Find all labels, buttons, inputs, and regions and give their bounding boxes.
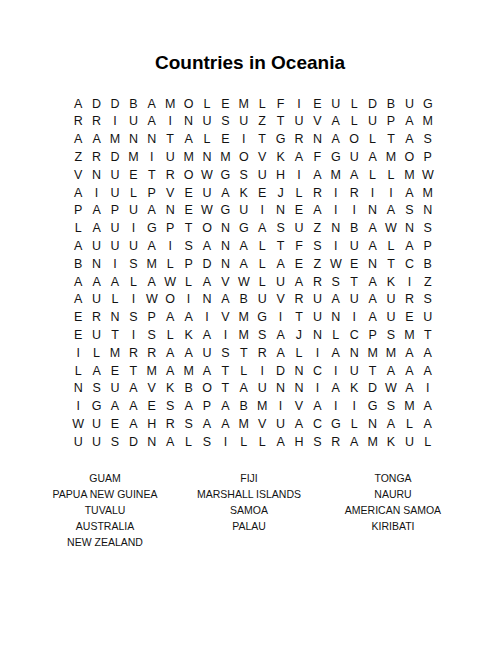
grid-cell-r15c12: A xyxy=(271,344,289,362)
grid-cell-r17c3: U xyxy=(106,380,124,398)
grid-cell-r4c1: Z xyxy=(69,148,87,166)
grid-cell-r14c6: L xyxy=(161,326,179,344)
grid-cell-r7c13: E xyxy=(290,202,308,220)
grid-cell-r8c10: G xyxy=(235,220,253,238)
word-list-column-1: GUAMPAPUA NEW GUINEATUVALUAUSTRALIANEW Z… xyxy=(33,470,177,550)
grid-cell-r11c11: L xyxy=(253,273,271,291)
grid-cell-r11c6: W xyxy=(161,273,179,291)
grid-cell-r13c11: G xyxy=(253,309,271,327)
grid-cell-r4c3: D xyxy=(106,148,124,166)
grid-cell-r15c9: S xyxy=(216,344,234,362)
grid-cell-r10c9: N xyxy=(216,255,234,273)
grid-cell-r4c9: M xyxy=(216,148,234,166)
grid-cell-r6c1: A xyxy=(69,184,87,202)
grid-cell-r18c16: I xyxy=(345,398,363,416)
grid-cell-r20c8: S xyxy=(198,433,216,451)
grid-cell-r1c19: U xyxy=(400,95,418,113)
grid-cell-r9c2: U xyxy=(87,237,105,255)
grid-cell-r1c1: A xyxy=(69,95,87,113)
grid-cell-r11c18: K xyxy=(382,273,400,291)
grid-cell-r20c10: L xyxy=(235,433,253,451)
grid-cell-r18c12: I xyxy=(271,398,289,416)
grid-cell-r6c19: A xyxy=(400,184,418,202)
grid-cell-r8c3: U xyxy=(106,220,124,238)
grid-cell-r12c17: A xyxy=(363,291,381,309)
grid-cell-r8c15: N xyxy=(327,220,345,238)
grid-cell-r15c7: A xyxy=(179,344,197,362)
grid-cell-r7c18: A xyxy=(382,202,400,220)
grid-cell-r12c14: U xyxy=(308,291,326,309)
grid-cell-r2c9: S xyxy=(216,113,234,131)
grid-cell-r5c13: I xyxy=(290,166,308,184)
grid-cell-r12c20: S xyxy=(419,291,437,309)
grid-cell-r14c18: S xyxy=(382,326,400,344)
grid-cell-r11c3: A xyxy=(106,273,124,291)
grid-cell-r1c17: D xyxy=(363,95,381,113)
grid-cell-r6c20: M xyxy=(419,184,437,202)
grid-cell-r1c7: O xyxy=(179,95,197,113)
grid-cell-r17c2: S xyxy=(87,380,105,398)
grid-cell-r14c7: K xyxy=(179,326,197,344)
grid-cell-r13c15: N xyxy=(327,309,345,327)
grid-cell-r6c16: R xyxy=(345,184,363,202)
grid-cell-r11c7: L xyxy=(179,273,197,291)
grid-cell-r8c8: O xyxy=(198,220,216,238)
grid-cell-r6c3: U xyxy=(106,184,124,202)
grid-cell-r5c11: U xyxy=(253,166,271,184)
grid-cell-r12c5: W xyxy=(143,291,161,309)
grid-cell-r3c7: A xyxy=(179,131,197,149)
grid-cell-r4c20: P xyxy=(419,148,437,166)
grid-cell-r20c20: L xyxy=(419,433,437,451)
grid-cell-r11c2: A xyxy=(87,273,105,291)
word-list-item: FIJI xyxy=(177,470,321,486)
grid-cell-r14c19: M xyxy=(400,326,418,344)
grid-cell-r15c10: T xyxy=(235,344,253,362)
grid-cell-r17c1: N xyxy=(69,380,87,398)
grid-cell-r9c8: A xyxy=(198,237,216,255)
grid-cell-r15c18: M xyxy=(382,344,400,362)
grid-cell-r7c20: N xyxy=(419,202,437,220)
grid-cell-r11c1: A xyxy=(69,273,87,291)
grid-cell-r11c4: L xyxy=(124,273,142,291)
grid-cell-r13c13: T xyxy=(290,309,308,327)
grid-cell-r18c4: A xyxy=(124,398,142,416)
grid-cell-r10c19: C xyxy=(400,255,418,273)
grid-cell-r2c12: T xyxy=(271,113,289,131)
grid-cell-r2c20: M xyxy=(419,113,437,131)
grid-cell-r16c11: I xyxy=(253,362,271,380)
grid-cell-r4c16: U xyxy=(345,148,363,166)
grid-cell-r14c14: N xyxy=(308,326,326,344)
grid-cell-r1c13: I xyxy=(290,95,308,113)
grid-cell-r12c16: U xyxy=(345,291,363,309)
grid-cell-r5c9: G xyxy=(216,166,234,184)
grid-cell-r4c19: O xyxy=(400,148,418,166)
grid-cell-r8c9: N xyxy=(216,220,234,238)
grid-cell-r15c2: L xyxy=(87,344,105,362)
grid-cell-r9c11: L xyxy=(253,237,271,255)
grid-cell-r4c15: G xyxy=(327,148,345,166)
grid-cell-r20c9: I xyxy=(216,433,234,451)
grid-cell-r13c19: E xyxy=(400,309,418,327)
grid-cell-r14c16: C xyxy=(345,326,363,344)
grid-cell-r2c13: U xyxy=(290,113,308,131)
grid-cell-r12c10: B xyxy=(235,291,253,309)
grid-cell-r16c19: A xyxy=(400,362,418,380)
grid-cell-r15c5: R xyxy=(143,344,161,362)
grid-cell-r5c20: W xyxy=(419,166,437,184)
grid-cell-r18c14: A xyxy=(308,398,326,416)
grid-cell-r1c5: A xyxy=(143,95,161,113)
grid-cell-r6c15: I xyxy=(327,184,345,202)
word-list-item: GUAM xyxy=(33,470,177,486)
grid-cell-r9c6: I xyxy=(161,237,179,255)
grid-cell-r16c2: A xyxy=(87,362,105,380)
grid-cell-r19c18: A xyxy=(382,415,400,433)
grid-cell-r14c4: I xyxy=(124,326,142,344)
grid-cell-r16c8: A xyxy=(198,362,216,380)
grid-cell-r5c1: V xyxy=(69,166,87,184)
grid-cell-r4c12: K xyxy=(271,148,289,166)
grid-cell-r16c9: T xyxy=(216,362,234,380)
letter-grid: ADDBAMOLEMLFIEULDBUGRRIUAINUSUZTUVALUPAM… xyxy=(69,95,437,451)
grid-cell-r20c19: U xyxy=(400,433,418,451)
grid-cell-r9c16: U xyxy=(345,237,363,255)
word-list-item: TUVALU xyxy=(33,502,177,518)
grid-cell-r16c3: E xyxy=(106,362,124,380)
grid-cell-r5c16: A xyxy=(345,166,363,184)
grid-cell-r7c4: U xyxy=(124,202,142,220)
grid-cell-r5c8: W xyxy=(198,166,216,184)
grid-cell-r9c4: U xyxy=(124,237,142,255)
grid-cell-r2c5: A xyxy=(143,113,161,131)
grid-cell-r16c6: A xyxy=(161,362,179,380)
grid-cell-r2c6: I xyxy=(161,113,179,131)
grid-cell-r19c5: H xyxy=(143,415,161,433)
grid-cell-r2c15: A xyxy=(327,113,345,131)
grid-cell-r12c13: R xyxy=(290,291,308,309)
grid-cell-r13c9: V xyxy=(216,309,234,327)
grid-cell-r10c2: N xyxy=(87,255,105,273)
grid-cell-r14c20: T xyxy=(419,326,437,344)
grid-cell-r12c6: O xyxy=(161,291,179,309)
grid-cell-r7c16: I xyxy=(345,202,363,220)
grid-cell-r4c17: A xyxy=(363,148,381,166)
grid-cell-r17c19: A xyxy=(400,380,418,398)
grid-cell-r12c15: A xyxy=(327,291,345,309)
grid-cell-r9c17: A xyxy=(363,237,381,255)
grid-cell-r7c1: P xyxy=(69,202,87,220)
grid-cell-r19c7: S xyxy=(179,415,197,433)
grid-cell-r14c1: E xyxy=(69,326,87,344)
grid-cell-r4c11: V xyxy=(253,148,271,166)
grid-cell-r6c10: K xyxy=(235,184,253,202)
grid-cell-r5c7: O xyxy=(179,166,197,184)
grid-cell-r9c10: A xyxy=(235,237,253,255)
grid-cell-r1c14: E xyxy=(308,95,326,113)
grid-cell-r10c18: T xyxy=(382,255,400,273)
grid-cell-r14c15: L xyxy=(327,326,345,344)
grid-cell-r16c17: T xyxy=(363,362,381,380)
grid-cell-r10c10: A xyxy=(235,255,253,273)
grid-cell-r19c4: A xyxy=(124,415,142,433)
grid-cell-r10c17: N xyxy=(363,255,381,273)
word-list-column-2: FIJIMARSHALL ISLANDSSAMOAPALAU xyxy=(177,470,321,550)
grid-cell-r10c8: D xyxy=(198,255,216,273)
grid-cell-r17c15: A xyxy=(327,380,345,398)
grid-cell-r20c4: D xyxy=(124,433,142,451)
grid-cell-r3c11: T xyxy=(253,131,271,149)
grid-cell-r8c1: L xyxy=(69,220,87,238)
grid-cell-r13c12: I xyxy=(271,309,289,327)
grid-cell-r5c12: H xyxy=(271,166,289,184)
grid-cell-r13c5: P xyxy=(143,309,161,327)
grid-cell-r18c11: M xyxy=(253,398,271,416)
grid-cell-r3c4: N xyxy=(124,131,142,149)
grid-cell-r19c11: V xyxy=(253,415,271,433)
grid-cell-r2c16: L xyxy=(345,113,363,131)
grid-cell-r19c16: L xyxy=(345,415,363,433)
grid-cell-r11c15: S xyxy=(327,273,345,291)
grid-cell-r7c11: I xyxy=(253,202,271,220)
grid-cell-r20c6: A xyxy=(161,433,179,451)
grid-cell-r10c11: L xyxy=(253,255,271,273)
puzzle-title: Countries in Oceania xyxy=(0,50,500,76)
grid-cell-r15c8: U xyxy=(198,344,216,362)
grid-cell-r5c3: U xyxy=(106,166,124,184)
grid-cell-r10c20: B xyxy=(419,255,437,273)
word-list-item: SAMOA xyxy=(177,502,321,518)
grid-cell-r3c1: A xyxy=(69,131,87,149)
grid-cell-r14c8: A xyxy=(198,326,216,344)
grid-cell-r19c14: C xyxy=(308,415,326,433)
grid-cell-r16c5: M xyxy=(143,362,161,380)
grid-cell-r14c9: I xyxy=(216,326,234,344)
grid-cell-r7c9: G xyxy=(216,202,234,220)
grid-cell-r20c3: S xyxy=(106,433,124,451)
grid-cell-r15c20: A xyxy=(419,344,437,362)
grid-cell-r3c10: I xyxy=(235,131,253,149)
grid-cell-r11c5: A xyxy=(143,273,161,291)
grid-cell-r3c18: T xyxy=(382,131,400,149)
grid-cell-r10c7: P xyxy=(179,255,197,273)
grid-cell-r20c18: K xyxy=(382,433,400,451)
grid-cell-r12c19: R xyxy=(400,291,418,309)
grid-cell-r9c3: U xyxy=(106,237,124,255)
grid-cell-r19c17: N xyxy=(363,415,381,433)
grid-cell-r8c6: P xyxy=(161,220,179,238)
grid-cell-r8c12: S xyxy=(271,220,289,238)
grid-cell-r1c18: B xyxy=(382,95,400,113)
grid-cell-r18c17: G xyxy=(363,398,381,416)
grid-cell-r15c16: N xyxy=(345,344,363,362)
grid-cell-r10c16: E xyxy=(345,255,363,273)
grid-cell-r3c9: E xyxy=(216,131,234,149)
word-list-column-3: TONGANAURUAMERICAN SAMOAKIRIBATI xyxy=(321,470,465,550)
grid-cell-r1c6: M xyxy=(161,95,179,113)
grid-cell-r14c10: M xyxy=(235,326,253,344)
word-list-item: AUSTRALIA xyxy=(33,518,177,534)
grid-cell-r19c10: M xyxy=(235,415,253,433)
grid-cell-r15c13: L xyxy=(290,344,308,362)
grid-cell-r20c11: L xyxy=(253,433,271,451)
grid-cell-r18c5: E xyxy=(143,398,161,416)
grid-cell-r15c1: I xyxy=(69,344,87,362)
grid-cell-r9c5: A xyxy=(143,237,161,255)
grid-cell-r14c17: P xyxy=(363,326,381,344)
word-list-item: PALAU xyxy=(177,518,321,534)
grid-cell-r19c20: A xyxy=(419,415,437,433)
grid-cell-r7c8: W xyxy=(198,202,216,220)
grid-cell-r10c5: M xyxy=(143,255,161,273)
grid-cell-r9c14: S xyxy=(308,237,326,255)
grid-cell-r13c6: A xyxy=(161,309,179,327)
grid-cell-r13c17: A xyxy=(363,309,381,327)
grid-cell-r12c4: I xyxy=(124,291,142,309)
grid-cell-r20c16: A xyxy=(345,433,363,451)
grid-cell-r9c1: A xyxy=(69,237,87,255)
grid-cell-r8c13: U xyxy=(290,220,308,238)
grid-cell-r9c12: T xyxy=(271,237,289,255)
grid-cell-r6c14: R xyxy=(308,184,326,202)
grid-cell-r2c4: U xyxy=(124,113,142,131)
grid-cell-r3c19: A xyxy=(400,131,418,149)
grid-cell-r19c2: U xyxy=(87,415,105,433)
grid-cell-r3c15: A xyxy=(327,131,345,149)
grid-cell-r9c20: P xyxy=(419,237,437,255)
grid-cell-r3c5: N xyxy=(143,131,161,149)
grid-cell-r6c11: E xyxy=(253,184,271,202)
grid-cell-r17c20: I xyxy=(419,380,437,398)
grid-cell-r13c18: U xyxy=(382,309,400,327)
grid-cell-r2c11: Z xyxy=(253,113,271,131)
grid-cell-r13c7: A xyxy=(179,309,197,327)
grid-cell-r16c4: T xyxy=(124,362,142,380)
grid-cell-r11c16: T xyxy=(345,273,363,291)
grid-cell-r19c12: U xyxy=(271,415,289,433)
grid-cell-r12c18: U xyxy=(382,291,400,309)
grid-cell-r17c17: D xyxy=(363,380,381,398)
grid-cell-r4c13: A xyxy=(290,148,308,166)
grid-cell-r11c19: I xyxy=(400,273,418,291)
grid-cell-r20c1: U xyxy=(69,433,87,451)
grid-cell-r8c19: N xyxy=(400,220,418,238)
grid-cell-r18c10: B xyxy=(235,398,253,416)
grid-cell-r2c18: P xyxy=(382,113,400,131)
grid-cell-r5c14: A xyxy=(308,166,326,184)
grid-cell-r11c13: A xyxy=(290,273,308,291)
grid-cell-r14c11: S xyxy=(253,326,271,344)
grid-cell-r15c15: A xyxy=(327,344,345,362)
grid-cell-r18c9: A xyxy=(216,398,234,416)
grid-cell-r8c20: S xyxy=(419,220,437,238)
grid-cell-r15c3: M xyxy=(106,344,124,362)
grid-cell-r17c4: A xyxy=(124,380,142,398)
grid-cell-r15c19: A xyxy=(400,344,418,362)
grid-cell-r1c3: D xyxy=(106,95,124,113)
grid-cell-r19c3: E xyxy=(106,415,124,433)
grid-cell-r17c9: T xyxy=(216,380,234,398)
grid-cell-r4c18: M xyxy=(382,148,400,166)
grid-cell-r3c16: O xyxy=(345,131,363,149)
grid-cell-r10c14: Z xyxy=(308,255,326,273)
grid-cell-r2c7: N xyxy=(179,113,197,131)
word-list-item: TONGA xyxy=(321,470,465,486)
grid-cell-r19c15: G xyxy=(327,415,345,433)
grid-cell-r1c16: L xyxy=(345,95,363,113)
grid-cell-r8c17: A xyxy=(363,220,381,238)
grid-cell-r12c1: A xyxy=(69,291,87,309)
grid-cell-r11c8: A xyxy=(198,273,216,291)
grid-cell-r7c19: S xyxy=(400,202,418,220)
grid-cell-r2c17: U xyxy=(363,113,381,131)
grid-cell-r18c1: I xyxy=(69,398,87,416)
grid-cell-r2c10: U xyxy=(235,113,253,131)
word-list-item: MARSHALL ISLANDS xyxy=(177,486,321,502)
grid-cell-r19c1: W xyxy=(69,415,87,433)
grid-cell-r19c19: L xyxy=(400,415,418,433)
grid-cell-r19c6: R xyxy=(161,415,179,433)
grid-cell-r2c1: R xyxy=(69,113,87,131)
grid-cell-r6c7: E xyxy=(179,184,197,202)
grid-cell-r3c14: N xyxy=(308,131,326,149)
grid-cell-r7c14: A xyxy=(308,202,326,220)
grid-cell-r6c6: V xyxy=(161,184,179,202)
grid-cell-r13c10: M xyxy=(235,309,253,327)
grid-cell-r13c2: R xyxy=(87,309,105,327)
grid-cell-r18c20: A xyxy=(419,398,437,416)
grid-cell-r7c17: N xyxy=(363,202,381,220)
grid-cell-r17c18: W xyxy=(382,380,400,398)
grid-cell-r11c20: Z xyxy=(419,273,437,291)
grid-cell-r5c18: L xyxy=(382,166,400,184)
grid-cell-r17c16: K xyxy=(345,380,363,398)
word-search-page: Countries in Oceania ADDBAMOLEMLFIEULDBU… xyxy=(0,0,500,647)
grid-cell-r6c8: U xyxy=(198,184,216,202)
grid-cell-r20c2: U xyxy=(87,433,105,451)
grid-cell-r6c12: J xyxy=(271,184,289,202)
grid-cell-r5c6: R xyxy=(161,166,179,184)
grid-cell-r2c2: R xyxy=(87,113,105,131)
grid-cell-r16c14: C xyxy=(308,362,326,380)
grid-cell-r3c2: A xyxy=(87,131,105,149)
grid-cell-r12c2: U xyxy=(87,291,105,309)
grid-cell-r7c7: E xyxy=(179,202,197,220)
grid-cell-r9c13: F xyxy=(290,237,308,255)
grid-cell-r4c2: R xyxy=(87,148,105,166)
grid-cell-r13c4: S xyxy=(124,309,142,327)
grid-cell-r8c18: W xyxy=(382,220,400,238)
grid-cell-r20c5: N xyxy=(143,433,161,451)
grid-cell-r12c7: I xyxy=(179,291,197,309)
grid-cell-r13c8: I xyxy=(198,309,216,327)
grid-cell-r5c10: S xyxy=(235,166,253,184)
grid-cell-r3c20: S xyxy=(419,131,437,149)
grid-cell-r17c8: O xyxy=(198,380,216,398)
grid-cell-r10c3: I xyxy=(106,255,124,273)
grid-cell-r7c10: U xyxy=(235,202,253,220)
grid-cell-r2c14: V xyxy=(308,113,326,131)
grid-cell-r19c9: A xyxy=(216,415,234,433)
grid-cell-r11c17: A xyxy=(363,273,381,291)
grid-cell-r17c12: N xyxy=(271,380,289,398)
grid-cell-r9c7: S xyxy=(179,237,197,255)
grid-cell-r16c10: L xyxy=(235,362,253,380)
word-list: GUAMPAPUA NEW GUINEATUVALUAUSTRALIANEW Z… xyxy=(33,470,465,550)
grid-cell-r6c5: P xyxy=(143,184,161,202)
grid-cell-r18c7: A xyxy=(179,398,197,416)
